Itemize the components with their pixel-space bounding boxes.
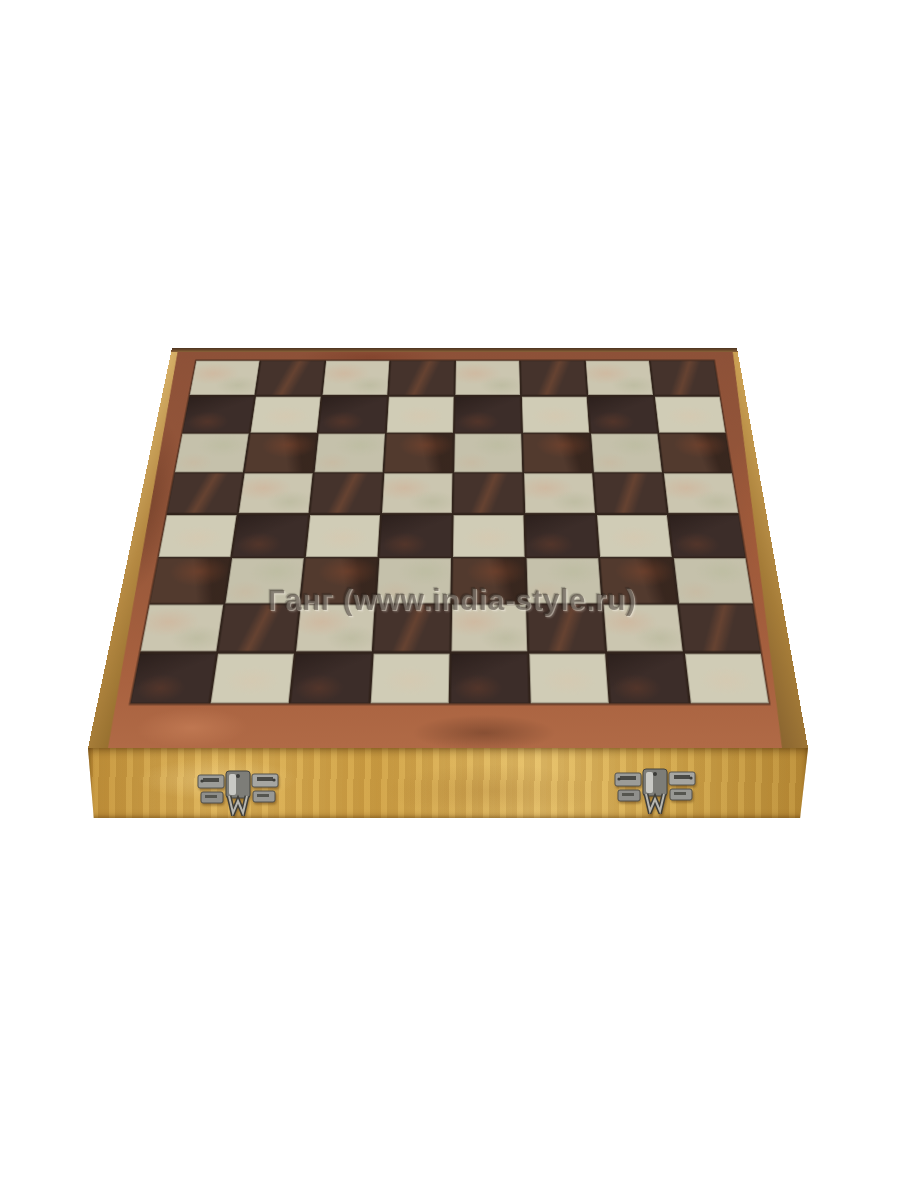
square-f8 — [521, 361, 587, 395]
square-b6 — [245, 434, 317, 472]
square-h2 — [679, 605, 761, 652]
square-d6 — [384, 434, 453, 472]
product-photo: Ганг (www.india-style.ru) — [0, 0, 900, 1200]
square-h6 — [659, 434, 732, 472]
square-d8 — [389, 361, 455, 395]
square-c8 — [322, 361, 389, 395]
square-c7 — [319, 396, 388, 432]
square-b1 — [211, 653, 295, 703]
square-d7 — [387, 396, 454, 432]
square-a5 — [167, 473, 243, 513]
square-a6 — [175, 434, 249, 472]
square-a4 — [159, 515, 237, 557]
metal-clasp-icon — [613, 766, 697, 814]
square-c1 — [291, 653, 372, 703]
square-g4 — [597, 515, 672, 557]
metal-clasp-icon — [196, 768, 280, 816]
chess-box — [88, 348, 808, 748]
square-g5 — [594, 473, 667, 513]
square-g6 — [591, 434, 662, 472]
square-a7 — [182, 396, 254, 432]
square-g8 — [585, 361, 653, 395]
square-e6 — [454, 434, 522, 472]
square-b4 — [232, 515, 309, 557]
square-b5 — [239, 473, 313, 513]
square-c4 — [306, 515, 381, 557]
chess-board — [131, 361, 769, 704]
square-h1 — [684, 653, 768, 703]
square-a2 — [140, 605, 223, 652]
square-e4 — [453, 515, 525, 557]
square-e7 — [455, 396, 522, 432]
square-h7 — [654, 396, 725, 432]
watermark-text: Ганг (www.india-style.ru) — [268, 583, 637, 617]
box-front — [88, 748, 808, 818]
square-c6 — [314, 434, 385, 472]
lid-edge-top — [171, 348, 738, 352]
square-e5 — [453, 473, 523, 513]
square-e1 — [450, 653, 528, 703]
square-f6 — [523, 434, 593, 472]
marble-frame — [88, 348, 808, 748]
square-a3 — [150, 559, 231, 604]
square-h3 — [673, 559, 752, 604]
square-d4 — [379, 515, 452, 557]
square-d5 — [382, 473, 453, 513]
square-h5 — [663, 473, 738, 513]
square-h4 — [668, 515, 745, 557]
square-f4 — [525, 515, 598, 557]
square-b8 — [256, 361, 325, 395]
square-a8 — [190, 361, 260, 395]
square-a1 — [131, 653, 217, 703]
latch-left-icon — [196, 768, 280, 816]
square-g1 — [607, 653, 689, 703]
latch-right-icon — [613, 766, 697, 814]
square-b7 — [250, 396, 321, 432]
square-f7 — [522, 396, 590, 432]
square-c5 — [310, 473, 383, 513]
square-f5 — [524, 473, 595, 513]
square-h8 — [650, 361, 719, 395]
square-g7 — [588, 396, 657, 432]
square-d1 — [370, 653, 449, 703]
square-f1 — [529, 653, 609, 703]
square-e8 — [455, 361, 520, 395]
